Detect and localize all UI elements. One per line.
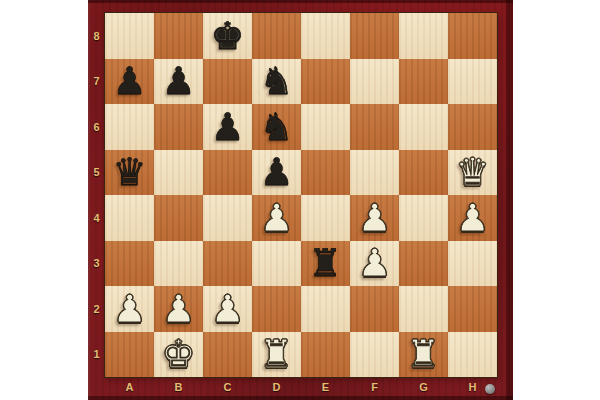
piece-black-pawn-c6[interactable]: ♟ — [210, 108, 244, 146]
file-label-f: F — [350, 377, 399, 397]
piece-white-pawn-f3[interactable]: ♟ — [357, 244, 391, 282]
square-g8[interactable] — [399, 13, 448, 59]
square-h2[interactable] — [448, 286, 497, 332]
square-e2[interactable] — [301, 286, 350, 332]
rank-label-5: 5 — [88, 150, 105, 196]
square-h4[interactable]: ♟ — [448, 195, 497, 241]
chess-board-frame: 87654321 ♚♟♟♞♟♞♛♟♛♟♟♟♜♟♟♟♟♚♜♜ ABCDEFGH — [88, 0, 513, 400]
piece-white-king-b1[interactable]: ♚ — [161, 335, 195, 373]
square-d5[interactable]: ♟ — [252, 150, 301, 196]
piece-black-pawn-b7[interactable]: ♟ — [161, 62, 195, 100]
square-b5[interactable] — [154, 150, 203, 196]
piece-white-queen-h5[interactable]: ♛ — [455, 153, 489, 191]
piece-black-pawn-d5[interactable]: ♟ — [259, 153, 293, 191]
chess-board[interactable]: ♚♟♟♞♟♞♛♟♛♟♟♟♜♟♟♟♟♚♜♜ — [105, 13, 497, 377]
piece-white-pawn-b2[interactable]: ♟ — [161, 290, 195, 328]
square-a5[interactable]: ♛ — [105, 150, 154, 196]
square-f8[interactable] — [350, 13, 399, 59]
square-a4[interactable] — [105, 195, 154, 241]
square-d2[interactable] — [252, 286, 301, 332]
rank-labels: 87654321 — [88, 13, 105, 377]
square-d3[interactable] — [252, 241, 301, 287]
corner-dot — [485, 384, 495, 394]
rank-label-7: 7 — [88, 59, 105, 105]
square-g7[interactable] — [399, 59, 448, 105]
square-c8[interactable]: ♚ — [203, 13, 252, 59]
square-e1[interactable] — [301, 332, 350, 378]
square-h3[interactable] — [448, 241, 497, 287]
file-label-a: A — [105, 377, 154, 397]
square-c4[interactable] — [203, 195, 252, 241]
square-b2[interactable]: ♟ — [154, 286, 203, 332]
piece-black-king-c8[interactable]: ♚ — [210, 17, 244, 55]
square-d6[interactable]: ♞ — [252, 104, 301, 150]
square-a3[interactable] — [105, 241, 154, 287]
square-b7[interactable]: ♟ — [154, 59, 203, 105]
square-e8[interactable] — [301, 13, 350, 59]
square-c5[interactable] — [203, 150, 252, 196]
square-g1[interactable]: ♜ — [399, 332, 448, 378]
piece-white-pawn-d4[interactable]: ♟ — [259, 199, 293, 237]
square-g6[interactable] — [399, 104, 448, 150]
file-labels: ABCDEFGH — [105, 377, 497, 397]
file-label-c: C — [203, 377, 252, 397]
piece-white-pawn-h4[interactable]: ♟ — [455, 199, 489, 237]
rank-label-3: 3 — [88, 241, 105, 287]
square-d8[interactable] — [252, 13, 301, 59]
square-h7[interactable] — [448, 59, 497, 105]
rank-label-2: 2 — [88, 286, 105, 332]
file-label-g: G — [399, 377, 448, 397]
square-e4[interactable] — [301, 195, 350, 241]
square-g2[interactable] — [399, 286, 448, 332]
square-a6[interactable] — [105, 104, 154, 150]
piece-white-rook-d1[interactable]: ♜ — [259, 335, 293, 373]
square-g5[interactable] — [399, 150, 448, 196]
square-a2[interactable]: ♟ — [105, 286, 154, 332]
square-g4[interactable] — [399, 195, 448, 241]
square-h6[interactable] — [448, 104, 497, 150]
rank-label-6: 6 — [88, 104, 105, 150]
square-b3[interactable] — [154, 241, 203, 287]
square-a8[interactable] — [105, 13, 154, 59]
piece-black-pawn-a7[interactable]: ♟ — [112, 62, 146, 100]
square-e5[interactable] — [301, 150, 350, 196]
square-f5[interactable] — [350, 150, 399, 196]
square-b8[interactable] — [154, 13, 203, 59]
square-c3[interactable] — [203, 241, 252, 287]
square-b4[interactable] — [154, 195, 203, 241]
piece-white-pawn-c2[interactable]: ♟ — [210, 290, 244, 328]
square-c7[interactable] — [203, 59, 252, 105]
square-f4[interactable]: ♟ — [350, 195, 399, 241]
file-label-b: B — [154, 377, 203, 397]
square-f3[interactable]: ♟ — [350, 241, 399, 287]
square-b1[interactable]: ♚ — [154, 332, 203, 378]
page-background: 87654321 ♚♟♟♞♟♞♛♟♛♟♟♟♜♟♟♟♟♚♜♜ ABCDEFGH — [0, 0, 600, 400]
square-f6[interactable] — [350, 104, 399, 150]
piece-black-queen-a5[interactable]: ♛ — [112, 153, 146, 191]
square-c2[interactable]: ♟ — [203, 286, 252, 332]
square-e3[interactable]: ♜ — [301, 241, 350, 287]
square-b6[interactable] — [154, 104, 203, 150]
square-d4[interactable]: ♟ — [252, 195, 301, 241]
square-a7[interactable]: ♟ — [105, 59, 154, 105]
square-e6[interactable] — [301, 104, 350, 150]
piece-white-pawn-a2[interactable]: ♟ — [112, 290, 146, 328]
file-label-d: D — [252, 377, 301, 397]
square-h8[interactable] — [448, 13, 497, 59]
rank-label-1: 1 — [88, 332, 105, 378]
square-a1[interactable] — [105, 332, 154, 378]
square-c6[interactable]: ♟ — [203, 104, 252, 150]
square-c1[interactable] — [203, 332, 252, 378]
square-f2[interactable] — [350, 286, 399, 332]
piece-black-knight-d7[interactable]: ♞ — [259, 62, 293, 100]
piece-black-rook-e3[interactable]: ♜ — [308, 244, 342, 282]
piece-white-pawn-f4[interactable]: ♟ — [357, 199, 391, 237]
square-f1[interactable] — [350, 332, 399, 378]
square-f7[interactable] — [350, 59, 399, 105]
square-h1[interactable] — [448, 332, 497, 378]
piece-black-knight-d6[interactable]: ♞ — [259, 108, 293, 146]
square-g3[interactable] — [399, 241, 448, 287]
rank-label-4: 4 — [88, 195, 105, 241]
rank-label-8: 8 — [88, 13, 105, 59]
square-e7[interactable] — [301, 59, 350, 105]
square-h5[interactable]: ♛ — [448, 150, 497, 196]
file-label-e: E — [301, 377, 350, 397]
piece-white-rook-g1[interactable]: ♜ — [406, 335, 440, 373]
square-d7[interactable]: ♞ — [252, 59, 301, 105]
square-d1[interactable]: ♜ — [252, 332, 301, 378]
